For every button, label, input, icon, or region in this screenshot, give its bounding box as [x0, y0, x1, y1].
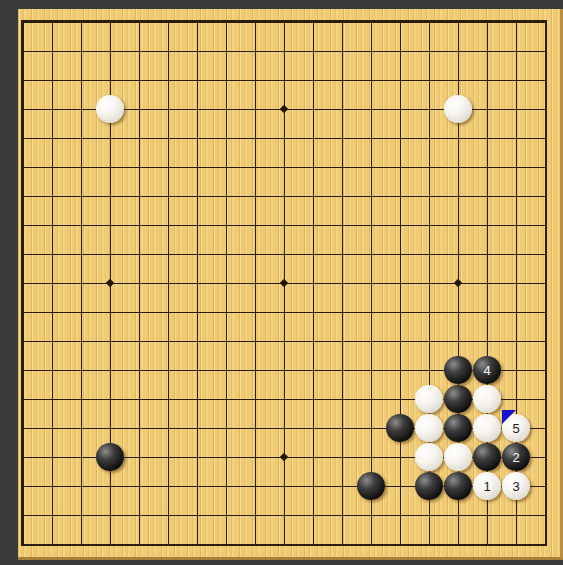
point-M16[interactable]: [328, 95, 357, 124]
point-A14[interactable]: [9, 153, 38, 182]
point-Q13[interactable]: [444, 182, 473, 211]
point-N17[interactable]: [357, 66, 386, 95]
point-P17[interactable]: [415, 66, 444, 95]
point-P1[interactable]: [415, 530, 444, 559]
point-C12[interactable]: [67, 211, 96, 240]
point-E5[interactable]: [125, 414, 154, 443]
point-B13[interactable]: [38, 182, 67, 211]
point-G11[interactable]: [183, 240, 212, 269]
point-S9[interactable]: [502, 298, 531, 327]
point-T5[interactable]: [531, 414, 560, 443]
point-O17[interactable]: [386, 66, 415, 95]
point-G3[interactable]: [183, 472, 212, 501]
point-Q1[interactable]: [444, 530, 473, 559]
point-P9[interactable]: [415, 298, 444, 327]
point-G5[interactable]: [183, 414, 212, 443]
point-C11[interactable]: [67, 240, 96, 269]
point-F18[interactable]: [154, 37, 183, 66]
point-R2[interactable]: [473, 501, 502, 530]
point-B12[interactable]: [38, 211, 67, 240]
point-H3[interactable]: [212, 472, 241, 501]
point-S11[interactable]: [502, 240, 531, 269]
point-N7[interactable]: [357, 356, 386, 385]
point-N1[interactable]: [357, 530, 386, 559]
point-A3[interactable]: [9, 472, 38, 501]
point-K15[interactable]: [270, 124, 299, 153]
point-N4[interactable]: [357, 443, 386, 472]
point-B8[interactable]: [38, 327, 67, 356]
point-S14[interactable]: [502, 153, 531, 182]
point-M17[interactable]: [328, 66, 357, 95]
point-J11[interactable]: [241, 240, 270, 269]
point-B9[interactable]: [38, 298, 67, 327]
point-J13[interactable]: [241, 182, 270, 211]
point-S7[interactable]: [502, 356, 531, 385]
point-O18[interactable]: [386, 37, 415, 66]
point-B11[interactable]: [38, 240, 67, 269]
point-H17[interactable]: [212, 66, 241, 95]
point-B17[interactable]: [38, 66, 67, 95]
point-A19[interactable]: [9, 8, 38, 37]
point-R5[interactable]: [473, 414, 502, 443]
point-C18[interactable]: [67, 37, 96, 66]
point-R19[interactable]: [473, 8, 502, 37]
point-F19[interactable]: [154, 8, 183, 37]
point-E15[interactable]: [125, 124, 154, 153]
point-F15[interactable]: [154, 124, 183, 153]
point-S18[interactable]: [502, 37, 531, 66]
point-E16[interactable]: [125, 95, 154, 124]
point-K6[interactable]: [270, 385, 299, 414]
point-E4[interactable]: [125, 443, 154, 472]
point-G7[interactable]: [183, 356, 212, 385]
point-Q3[interactable]: [444, 472, 473, 501]
black-stone-N3[interactable]: [357, 472, 385, 500]
point-N8[interactable]: [357, 327, 386, 356]
point-M13[interactable]: [328, 182, 357, 211]
point-H2[interactable]: [212, 501, 241, 530]
point-T19[interactable]: [531, 8, 560, 37]
point-R12[interactable]: [473, 211, 502, 240]
point-L15[interactable]: [299, 124, 328, 153]
point-O3[interactable]: [386, 472, 415, 501]
point-P10[interactable]: [415, 269, 444, 298]
point-C14[interactable]: [67, 153, 96, 182]
point-K9[interactable]: [270, 298, 299, 327]
point-P5[interactable]: [415, 414, 444, 443]
point-S10[interactable]: [502, 269, 531, 298]
black-stone-R4[interactable]: [473, 443, 501, 471]
point-P13[interactable]: [415, 182, 444, 211]
point-C17[interactable]: [67, 66, 96, 95]
point-O15[interactable]: [386, 124, 415, 153]
point-K14[interactable]: [270, 153, 299, 182]
point-Q2[interactable]: [444, 501, 473, 530]
point-N13[interactable]: [357, 182, 386, 211]
point-Q12[interactable]: [444, 211, 473, 240]
point-C19[interactable]: [67, 8, 96, 37]
point-E9[interactable]: [125, 298, 154, 327]
point-S1[interactable]: [502, 530, 531, 559]
point-D15[interactable]: [96, 124, 125, 153]
point-J17[interactable]: [241, 66, 270, 95]
point-G18[interactable]: [183, 37, 212, 66]
point-H12[interactable]: [212, 211, 241, 240]
point-D7[interactable]: [96, 356, 125, 385]
point-K11[interactable]: [270, 240, 299, 269]
point-K4[interactable]: [270, 443, 299, 472]
point-G12[interactable]: [183, 211, 212, 240]
point-P15[interactable]: [415, 124, 444, 153]
point-L18[interactable]: [299, 37, 328, 66]
point-J14[interactable]: [241, 153, 270, 182]
point-J5[interactable]: [241, 414, 270, 443]
point-N12[interactable]: [357, 211, 386, 240]
point-K8[interactable]: [270, 327, 299, 356]
point-D13[interactable]: [96, 182, 125, 211]
point-Q5[interactable]: [444, 414, 473, 443]
point-C16[interactable]: [67, 95, 96, 124]
point-L8[interactable]: [299, 327, 328, 356]
point-R4[interactable]: [473, 443, 502, 472]
point-A7[interactable]: [9, 356, 38, 385]
point-M1[interactable]: [328, 530, 357, 559]
point-N16[interactable]: [357, 95, 386, 124]
point-O6[interactable]: [386, 385, 415, 414]
point-A15[interactable]: [9, 124, 38, 153]
point-Q6[interactable]: [444, 385, 473, 414]
point-J15[interactable]: [241, 124, 270, 153]
point-C6[interactable]: [67, 385, 96, 414]
point-D16[interactable]: [96, 95, 125, 124]
point-G13[interactable]: [183, 182, 212, 211]
point-E8[interactable]: [125, 327, 154, 356]
point-K3[interactable]: [270, 472, 299, 501]
point-D9[interactable]: [96, 298, 125, 327]
white-stone-P4[interactable]: [415, 443, 443, 471]
point-B7[interactable]: [38, 356, 67, 385]
point-A9[interactable]: [9, 298, 38, 327]
point-T8[interactable]: [531, 327, 560, 356]
point-P11[interactable]: [415, 240, 444, 269]
white-stone-S3[interactable]: 3: [502, 472, 530, 500]
point-L1[interactable]: [299, 530, 328, 559]
point-O12[interactable]: [386, 211, 415, 240]
point-O2[interactable]: [386, 501, 415, 530]
point-S12[interactable]: [502, 211, 531, 240]
point-K19[interactable]: [270, 8, 299, 37]
point-L13[interactable]: [299, 182, 328, 211]
point-P3[interactable]: [415, 472, 444, 501]
point-O16[interactable]: [386, 95, 415, 124]
point-H14[interactable]: [212, 153, 241, 182]
white-stone-P5[interactable]: [415, 414, 443, 442]
point-H11[interactable]: [212, 240, 241, 269]
point-D14[interactable]: [96, 153, 125, 182]
point-T11[interactable]: [531, 240, 560, 269]
point-M4[interactable]: [328, 443, 357, 472]
point-M18[interactable]: [328, 37, 357, 66]
black-stone-D4[interactable]: [96, 443, 124, 471]
point-D6[interactable]: [96, 385, 125, 414]
point-L12[interactable]: [299, 211, 328, 240]
point-M5[interactable]: [328, 414, 357, 443]
point-B19[interactable]: [38, 8, 67, 37]
point-D4[interactable]: [96, 443, 125, 472]
point-G10[interactable]: [183, 269, 212, 298]
point-G14[interactable]: [183, 153, 212, 182]
point-O5[interactable]: [386, 414, 415, 443]
point-P2[interactable]: [415, 501, 444, 530]
point-M11[interactable]: [328, 240, 357, 269]
white-stone-Q16[interactable]: [444, 95, 472, 123]
point-A4[interactable]: [9, 443, 38, 472]
point-J19[interactable]: [241, 8, 270, 37]
point-A18[interactable]: [9, 37, 38, 66]
point-N14[interactable]: [357, 153, 386, 182]
point-R18[interactable]: [473, 37, 502, 66]
point-F5[interactable]: [154, 414, 183, 443]
point-A8[interactable]: [9, 327, 38, 356]
point-P18[interactable]: [415, 37, 444, 66]
point-D5[interactable]: [96, 414, 125, 443]
point-L14[interactable]: [299, 153, 328, 182]
point-R11[interactable]: [473, 240, 502, 269]
point-H18[interactable]: [212, 37, 241, 66]
point-K10[interactable]: [270, 269, 299, 298]
point-B4[interactable]: [38, 443, 67, 472]
point-B15[interactable]: [38, 124, 67, 153]
point-B18[interactable]: [38, 37, 67, 66]
point-B5[interactable]: [38, 414, 67, 443]
point-Q11[interactable]: [444, 240, 473, 269]
point-O8[interactable]: [386, 327, 415, 356]
point-J8[interactable]: [241, 327, 270, 356]
point-T18[interactable]: [531, 37, 560, 66]
point-A10[interactable]: [9, 269, 38, 298]
point-M8[interactable]: [328, 327, 357, 356]
point-O14[interactable]: [386, 153, 415, 182]
point-S13[interactable]: [502, 182, 531, 211]
point-H9[interactable]: [212, 298, 241, 327]
point-J3[interactable]: [241, 472, 270, 501]
point-J12[interactable]: [241, 211, 270, 240]
point-P7[interactable]: [415, 356, 444, 385]
point-C3[interactable]: [67, 472, 96, 501]
point-F11[interactable]: [154, 240, 183, 269]
point-R9[interactable]: [473, 298, 502, 327]
point-R16[interactable]: [473, 95, 502, 124]
point-Q7[interactable]: [444, 356, 473, 385]
point-H15[interactable]: [212, 124, 241, 153]
point-D10[interactable]: [96, 269, 125, 298]
point-T10[interactable]: [531, 269, 560, 298]
point-T12[interactable]: [531, 211, 560, 240]
point-Q19[interactable]: [444, 8, 473, 37]
point-L3[interactable]: [299, 472, 328, 501]
point-H1[interactable]: [212, 530, 241, 559]
point-F13[interactable]: [154, 182, 183, 211]
point-T4[interactable]: [531, 443, 560, 472]
point-K13[interactable]: [270, 182, 299, 211]
point-S16[interactable]: [502, 95, 531, 124]
point-L4[interactable]: [299, 443, 328, 472]
point-D3[interactable]: [96, 472, 125, 501]
point-J9[interactable]: [241, 298, 270, 327]
point-F12[interactable]: [154, 211, 183, 240]
black-stone-Q3[interactable]: [444, 472, 472, 500]
point-D11[interactable]: [96, 240, 125, 269]
point-F17[interactable]: [154, 66, 183, 95]
point-F9[interactable]: [154, 298, 183, 327]
point-P19[interactable]: [415, 8, 444, 37]
point-D2[interactable]: [96, 501, 125, 530]
point-R15[interactable]: [473, 124, 502, 153]
point-R1[interactable]: [473, 530, 502, 559]
point-A12[interactable]: [9, 211, 38, 240]
point-M15[interactable]: [328, 124, 357, 153]
point-F2[interactable]: [154, 501, 183, 530]
point-Q15[interactable]: [444, 124, 473, 153]
white-stone-D16[interactable]: [96, 95, 124, 123]
point-F8[interactable]: [154, 327, 183, 356]
point-L9[interactable]: [299, 298, 328, 327]
point-A2[interactable]: [9, 501, 38, 530]
point-F16[interactable]: [154, 95, 183, 124]
point-S17[interactable]: [502, 66, 531, 95]
point-G4[interactable]: [183, 443, 212, 472]
point-K5[interactable]: [270, 414, 299, 443]
point-K16[interactable]: [270, 95, 299, 124]
point-L2[interactable]: [299, 501, 328, 530]
point-R14[interactable]: [473, 153, 502, 182]
point-T17[interactable]: [531, 66, 560, 95]
point-N11[interactable]: [357, 240, 386, 269]
point-T16[interactable]: [531, 95, 560, 124]
point-S3[interactable]: 3: [502, 472, 531, 501]
point-K2[interactable]: [270, 501, 299, 530]
point-C5[interactable]: [67, 414, 96, 443]
point-Q9[interactable]: [444, 298, 473, 327]
point-T15[interactable]: [531, 124, 560, 153]
point-P16[interactable]: [415, 95, 444, 124]
point-N9[interactable]: [357, 298, 386, 327]
point-A5[interactable]: [9, 414, 38, 443]
point-A13[interactable]: [9, 182, 38, 211]
point-F4[interactable]: [154, 443, 183, 472]
point-J2[interactable]: [241, 501, 270, 530]
point-R3[interactable]: 1: [473, 472, 502, 501]
point-R6[interactable]: [473, 385, 502, 414]
point-Q4[interactable]: [444, 443, 473, 472]
point-K7[interactable]: [270, 356, 299, 385]
point-N6[interactable]: [357, 385, 386, 414]
point-H13[interactable]: [212, 182, 241, 211]
black-stone-O5[interactable]: [386, 414, 414, 442]
point-D18[interactable]: [96, 37, 125, 66]
point-J6[interactable]: [241, 385, 270, 414]
point-C7[interactable]: [67, 356, 96, 385]
point-M19[interactable]: [328, 8, 357, 37]
white-stone-R3[interactable]: 1: [473, 472, 501, 500]
point-E10[interactable]: [125, 269, 154, 298]
point-M2[interactable]: [328, 501, 357, 530]
black-stone-Q5[interactable]: [444, 414, 472, 442]
point-E7[interactable]: [125, 356, 154, 385]
point-N18[interactable]: [357, 37, 386, 66]
point-B16[interactable]: [38, 95, 67, 124]
point-P14[interactable]: [415, 153, 444, 182]
point-E11[interactable]: [125, 240, 154, 269]
point-B1[interactable]: [38, 530, 67, 559]
point-N15[interactable]: [357, 124, 386, 153]
point-O13[interactable]: [386, 182, 415, 211]
point-J10[interactable]: [241, 269, 270, 298]
point-E3[interactable]: [125, 472, 154, 501]
point-B3[interactable]: [38, 472, 67, 501]
point-D8[interactable]: [96, 327, 125, 356]
point-H7[interactable]: [212, 356, 241, 385]
point-J16[interactable]: [241, 95, 270, 124]
point-E12[interactable]: [125, 211, 154, 240]
point-K17[interactable]: [270, 66, 299, 95]
point-C4[interactable]: [67, 443, 96, 472]
point-A6[interactable]: [9, 385, 38, 414]
point-J18[interactable]: [241, 37, 270, 66]
point-M7[interactable]: [328, 356, 357, 385]
point-L5[interactable]: [299, 414, 328, 443]
point-L10[interactable]: [299, 269, 328, 298]
point-M3[interactable]: [328, 472, 357, 501]
point-F10[interactable]: [154, 269, 183, 298]
point-T9[interactable]: [531, 298, 560, 327]
point-R13[interactable]: [473, 182, 502, 211]
point-H8[interactable]: [212, 327, 241, 356]
point-H16[interactable]: [212, 95, 241, 124]
point-N10[interactable]: [357, 269, 386, 298]
point-S8[interactable]: [502, 327, 531, 356]
black-stone-Q6[interactable]: [444, 385, 472, 413]
point-H19[interactable]: [212, 8, 241, 37]
point-R10[interactable]: [473, 269, 502, 298]
point-E13[interactable]: [125, 182, 154, 211]
point-D12[interactable]: [96, 211, 125, 240]
point-D19[interactable]: [96, 8, 125, 37]
white-stone-Q4[interactable]: [444, 443, 472, 471]
point-F6[interactable]: [154, 385, 183, 414]
white-stone-R5[interactable]: [473, 414, 501, 442]
point-C9[interactable]: [67, 298, 96, 327]
point-G9[interactable]: [183, 298, 212, 327]
point-Q10[interactable]: [444, 269, 473, 298]
point-P6[interactable]: [415, 385, 444, 414]
point-L7[interactable]: [299, 356, 328, 385]
point-H4[interactable]: [212, 443, 241, 472]
point-H6[interactable]: [212, 385, 241, 414]
point-E2[interactable]: [125, 501, 154, 530]
point-O19[interactable]: [386, 8, 415, 37]
point-F14[interactable]: [154, 153, 183, 182]
point-Q14[interactable]: [444, 153, 473, 182]
point-P4[interactable]: [415, 443, 444, 472]
point-L6[interactable]: [299, 385, 328, 414]
white-stone-R6[interactable]: [473, 385, 501, 413]
point-A1[interactable]: [9, 530, 38, 559]
black-stone-P3[interactable]: [415, 472, 443, 500]
point-G2[interactable]: [183, 501, 212, 530]
point-A16[interactable]: [9, 95, 38, 124]
point-J7[interactable]: [241, 356, 270, 385]
